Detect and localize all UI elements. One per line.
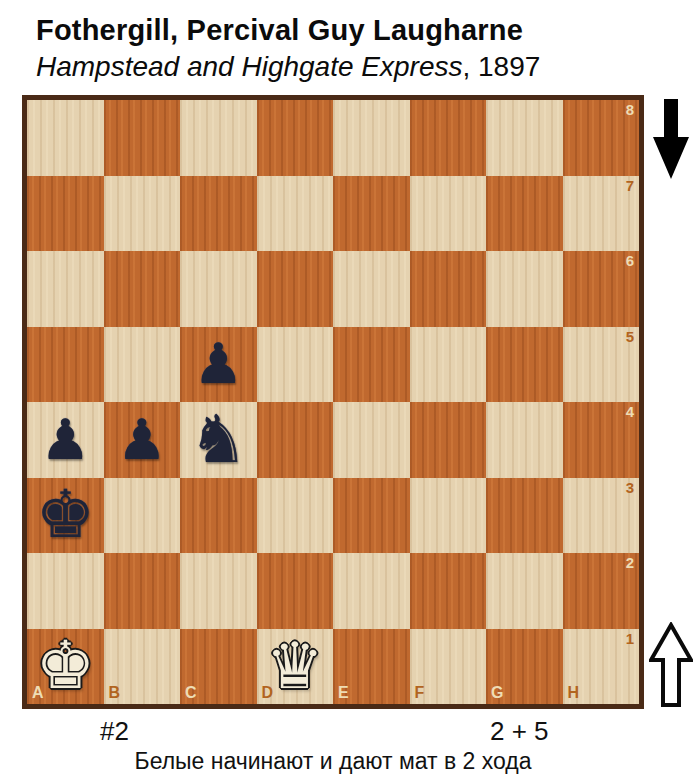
stipulation-label: #2 [100,716,129,747]
file-label-e: E [338,685,349,701]
square-g3[interactable] [486,478,563,554]
square-d8[interactable] [257,100,334,176]
black-knight: ♞ [180,402,257,478]
black-to-move-down-arrow-icon [653,99,689,179]
source-year: , 1897 [462,51,540,82]
square-b5[interactable] [104,327,181,403]
square-f8[interactable] [410,100,487,176]
square-e2[interactable] [333,553,410,629]
file-label-c: C [185,685,197,701]
square-c5[interactable]: ♟ [180,327,257,403]
square-d4[interactable] [257,402,334,478]
square-g1[interactable]: G [486,629,563,705]
square-h3[interactable]: 3 [563,478,640,554]
rank-label-3: 3 [626,480,634,495]
square-a2[interactable] [27,553,104,629]
chess-board: 876♟5♟♟♞4♚32A♚BCD♛EFG1H [27,100,639,704]
black-king: ♚ [27,478,104,554]
rank-label-2: 2 [626,555,634,570]
composer-name: Fothergill, Percival Guy Laugharne [36,14,540,47]
square-d5[interactable] [257,327,334,403]
square-b2[interactable] [104,553,181,629]
square-d1[interactable]: D♛ [257,629,334,705]
chess-board-frame: 876♟5♟♟♞4♚32A♚BCD♛EFG1H [22,95,644,709]
square-a7[interactable] [27,176,104,252]
square-f2[interactable] [410,553,487,629]
square-g6[interactable] [486,251,563,327]
square-h6[interactable]: 6 [563,251,640,327]
square-h7[interactable]: 7 [563,176,640,252]
square-h1[interactable]: 1H [563,629,640,705]
file-label-h: H [568,685,580,701]
square-f6[interactable] [410,251,487,327]
rank-label-8: 8 [626,102,634,117]
white-queen: ♛ [257,629,334,705]
file-label-f: F [415,685,425,701]
square-d2[interactable] [257,553,334,629]
square-a6[interactable] [27,251,104,327]
square-b3[interactable] [104,478,181,554]
white-to-move-up-arrow-icon [649,622,693,708]
chess-problem-page: Fothergill, Percival Guy Laugharne Hamps… [0,0,700,778]
square-c1[interactable]: C [180,629,257,705]
square-e8[interactable] [333,100,410,176]
square-g8[interactable] [486,100,563,176]
problem-source: Hampstead and Highgate Express, 1897 [36,51,540,83]
square-h4[interactable]: 4 [563,402,640,478]
rank-label-1: 1 [626,631,634,646]
square-e3[interactable] [333,478,410,554]
square-g2[interactable] [486,553,563,629]
square-g5[interactable] [486,327,563,403]
square-a8[interactable] [27,100,104,176]
caption-russian: Белые начинают и дают мат в 2 хода [22,748,644,775]
square-b8[interactable] [104,100,181,176]
square-c7[interactable] [180,176,257,252]
square-h2[interactable]: 2 [563,553,640,629]
square-a5[interactable] [27,327,104,403]
square-b6[interactable] [104,251,181,327]
rank-label-5: 5 [626,329,634,344]
square-d7[interactable] [257,176,334,252]
square-e6[interactable] [333,251,410,327]
square-c6[interactable] [180,251,257,327]
square-e5[interactable] [333,327,410,403]
square-g4[interactable] [486,402,563,478]
source-name: Hampstead and Highgate Express [36,51,462,82]
square-f3[interactable] [410,478,487,554]
square-d6[interactable] [257,251,334,327]
material-count-label: 2 + 5 [490,716,549,747]
square-e4[interactable] [333,402,410,478]
square-d3[interactable] [257,478,334,554]
square-a1[interactable]: A♚ [27,629,104,705]
problem-header: Fothergill, Percival Guy Laugharne Hamps… [36,14,540,83]
rank-label-6: 6 [626,253,634,268]
square-f7[interactable] [410,176,487,252]
square-h5[interactable]: 5 [563,327,640,403]
square-b4[interactable]: ♟ [104,402,181,478]
square-c3[interactable] [180,478,257,554]
white-king: ♚ [27,629,104,705]
square-f1[interactable]: F [410,629,487,705]
square-f4[interactable] [410,402,487,478]
black-pawn: ♟ [104,402,181,478]
square-g7[interactable] [486,176,563,252]
square-f5[interactable] [410,327,487,403]
file-label-g: G [491,685,503,701]
square-e1[interactable]: E [333,629,410,705]
square-c2[interactable] [180,553,257,629]
square-c4[interactable]: ♞ [180,402,257,478]
square-a4[interactable]: ♟ [27,402,104,478]
rank-label-7: 7 [626,178,634,193]
square-a3[interactable]: ♚ [27,478,104,554]
black-pawn: ♟ [27,402,104,478]
rank-label-4: 4 [626,404,634,419]
file-label-b: B [109,685,121,701]
square-b1[interactable]: B [104,629,181,705]
square-e7[interactable] [333,176,410,252]
square-b7[interactable] [104,176,181,252]
square-h8[interactable]: 8 [563,100,640,176]
square-c8[interactable] [180,100,257,176]
black-pawn: ♟ [180,327,257,403]
